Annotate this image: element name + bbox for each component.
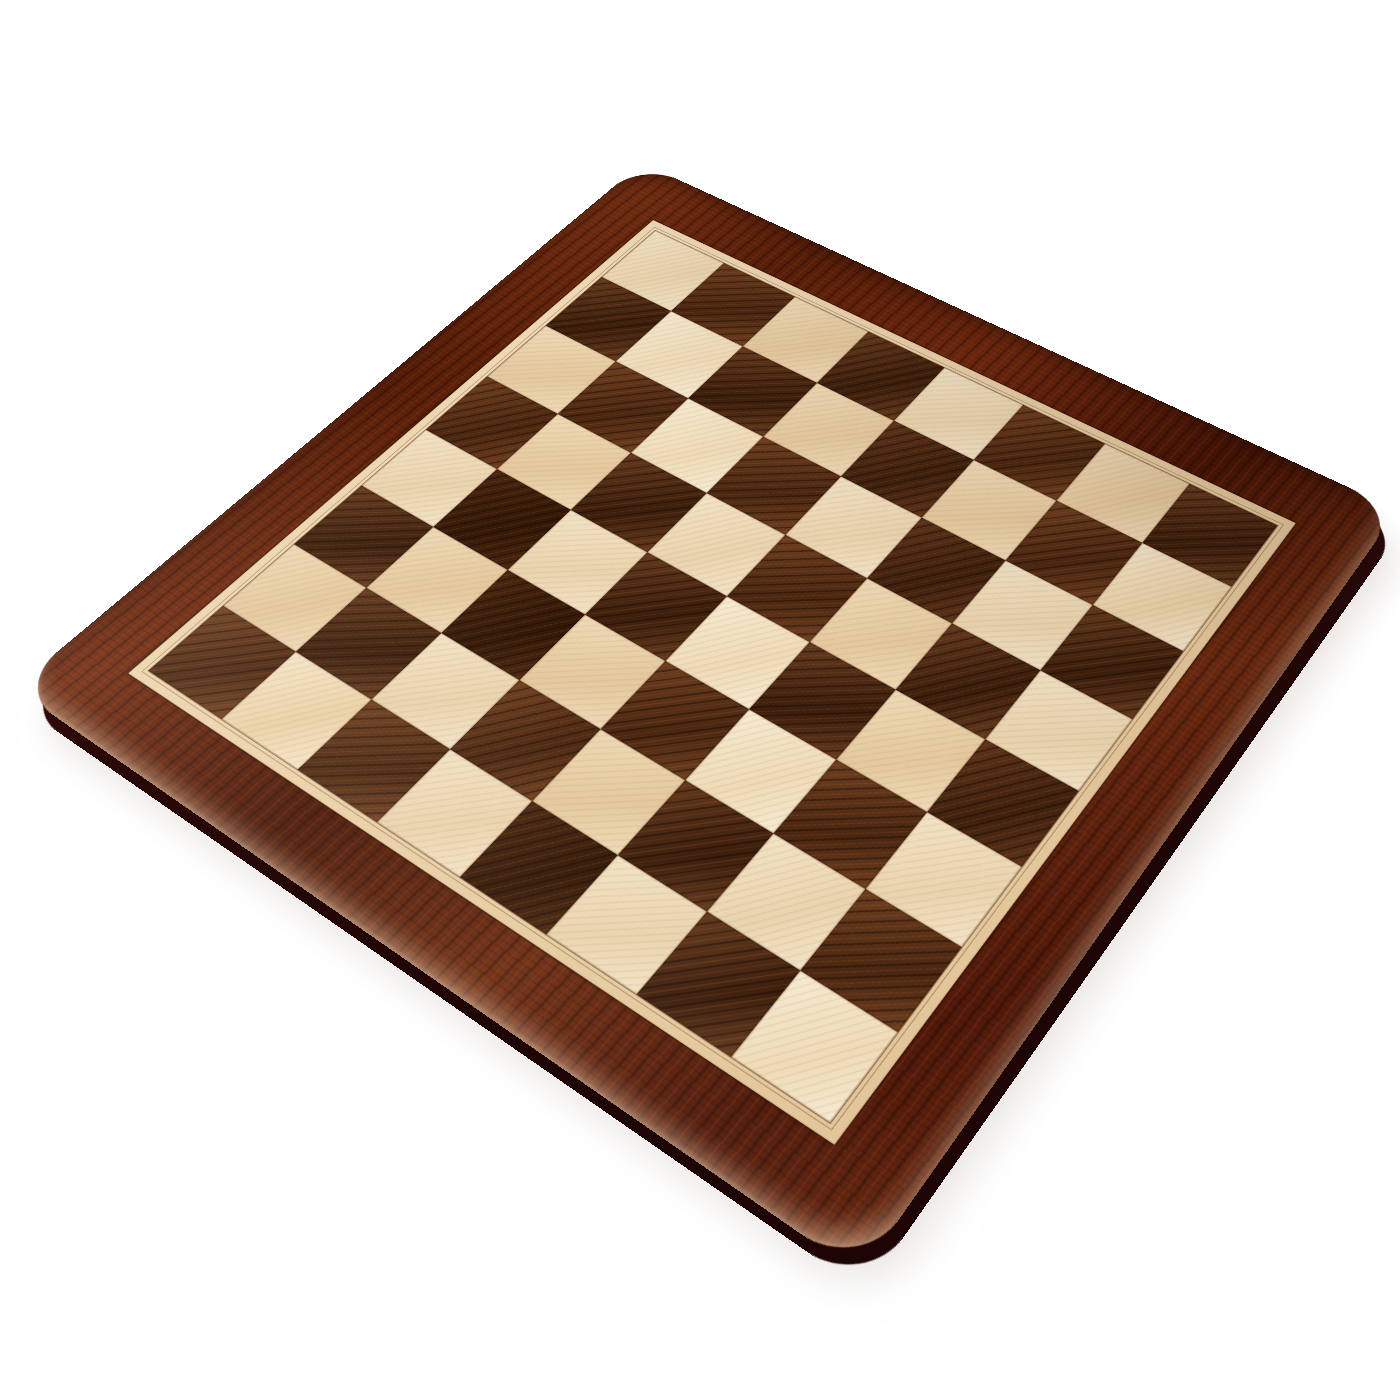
photo-canvas [0, 0, 1400, 1400]
playing-field [149, 231, 1278, 1123]
chess-board [14, 163, 1398, 1275]
maple-inlay-line [128, 220, 1296, 1145]
